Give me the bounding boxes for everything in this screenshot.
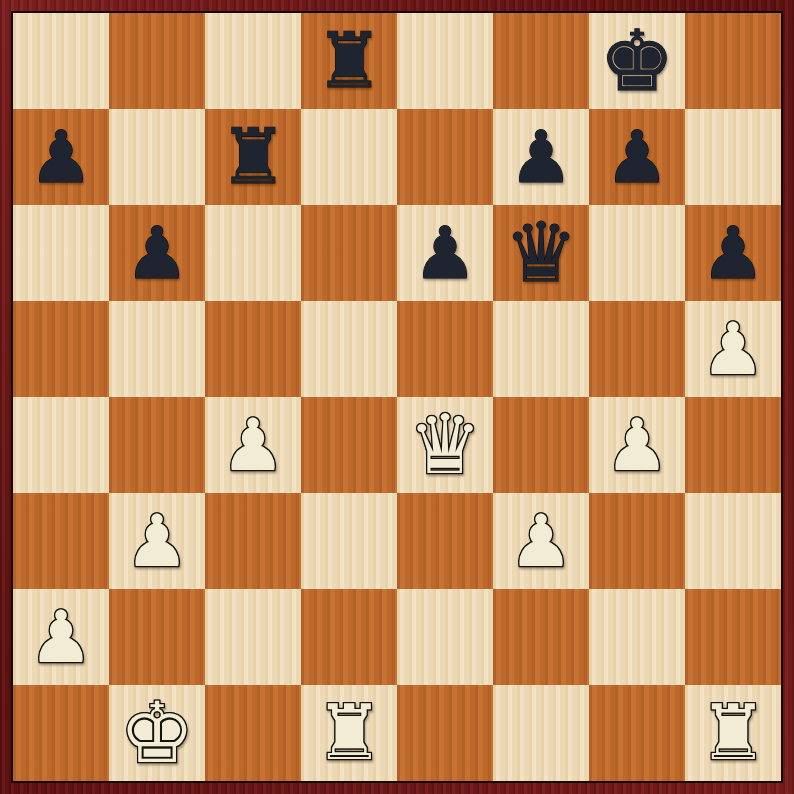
- square-c8[interactable]: [205, 13, 301, 109]
- white-pawn-a2[interactable]: ♟: [29, 601, 94, 673]
- square-e3[interactable]: [397, 493, 493, 589]
- square-f3[interactable]: ♟: [493, 493, 589, 589]
- square-d1[interactable]: ♜: [301, 685, 397, 781]
- square-b8[interactable]: [109, 13, 205, 109]
- white-rook-d1[interactable]: ♜: [315, 695, 383, 771]
- square-f1[interactable]: [493, 685, 589, 781]
- square-c7[interactable]: ♜: [205, 109, 301, 205]
- black-queen-f6[interactable]: ♛: [504, 212, 578, 294]
- square-g8[interactable]: ♚: [589, 13, 685, 109]
- square-a2[interactable]: ♟: [13, 589, 109, 685]
- black-pawn-h6[interactable]: ♟: [701, 217, 766, 289]
- square-a4[interactable]: [13, 397, 109, 493]
- black-rook-c7[interactable]: ♜: [219, 119, 287, 195]
- square-e8[interactable]: [397, 13, 493, 109]
- black-king-g8[interactable]: ♚: [599, 19, 674, 103]
- square-a6[interactable]: [13, 205, 109, 301]
- black-pawn-g7[interactable]: ♟: [605, 121, 670, 193]
- square-g2[interactable]: [589, 589, 685, 685]
- square-a3[interactable]: [13, 493, 109, 589]
- square-d4[interactable]: [301, 397, 397, 493]
- black-pawn-e6[interactable]: ♟: [413, 217, 478, 289]
- square-e5[interactable]: [397, 301, 493, 397]
- square-a1[interactable]: [13, 685, 109, 781]
- square-b3[interactable]: ♟: [109, 493, 205, 589]
- square-b4[interactable]: [109, 397, 205, 493]
- square-g1[interactable]: [589, 685, 685, 781]
- white-pawn-c4[interactable]: ♟: [221, 409, 286, 481]
- square-f2[interactable]: [493, 589, 589, 685]
- white-queen-e4[interactable]: ♛: [408, 404, 482, 486]
- square-b2[interactable]: [109, 589, 205, 685]
- white-king-b1[interactable]: ♚: [119, 691, 194, 775]
- square-f4[interactable]: [493, 397, 589, 493]
- square-f6[interactable]: ♛: [493, 205, 589, 301]
- white-pawn-g4[interactable]: ♟: [605, 409, 670, 481]
- square-h7[interactable]: [685, 109, 781, 205]
- square-g5[interactable]: [589, 301, 685, 397]
- white-pawn-f3[interactable]: ♟: [509, 505, 574, 577]
- square-c1[interactable]: [205, 685, 301, 781]
- square-b7[interactable]: [109, 109, 205, 205]
- square-h3[interactable]: [685, 493, 781, 589]
- square-b1[interactable]: ♚: [109, 685, 205, 781]
- square-e7[interactable]: [397, 109, 493, 205]
- black-rook-d8[interactable]: ♜: [315, 23, 383, 99]
- square-d2[interactable]: [301, 589, 397, 685]
- white-pawn-h5[interactable]: ♟: [701, 313, 766, 385]
- square-g3[interactable]: [589, 493, 685, 589]
- square-d3[interactable]: [301, 493, 397, 589]
- square-e6[interactable]: ♟: [397, 205, 493, 301]
- square-h2[interactable]: [685, 589, 781, 685]
- square-e1[interactable]: [397, 685, 493, 781]
- square-d6[interactable]: [301, 205, 397, 301]
- black-pawn-f7[interactable]: ♟: [509, 121, 574, 193]
- square-d8[interactable]: ♜: [301, 13, 397, 109]
- square-f5[interactable]: [493, 301, 589, 397]
- black-pawn-a7[interactable]: ♟: [29, 121, 94, 193]
- chess-board-frame: ♜♚♟♜♟♟♟♟♛♟♟♟♛♟♟♟♟♚♜♜: [0, 0, 794, 794]
- square-c6[interactable]: [205, 205, 301, 301]
- square-g6[interactable]: [589, 205, 685, 301]
- square-e4[interactable]: ♛: [397, 397, 493, 493]
- square-c2[interactable]: [205, 589, 301, 685]
- square-e2[interactable]: [397, 589, 493, 685]
- square-h5[interactable]: ♟: [685, 301, 781, 397]
- square-c5[interactable]: [205, 301, 301, 397]
- square-b6[interactable]: ♟: [109, 205, 205, 301]
- square-a8[interactable]: [13, 13, 109, 109]
- white-rook-h1[interactable]: ♜: [699, 695, 767, 771]
- square-g7[interactable]: ♟: [589, 109, 685, 205]
- square-f7[interactable]: ♟: [493, 109, 589, 205]
- square-b5[interactable]: [109, 301, 205, 397]
- square-g4[interactable]: ♟: [589, 397, 685, 493]
- square-c4[interactable]: ♟: [205, 397, 301, 493]
- square-a7[interactable]: ♟: [13, 109, 109, 205]
- white-pawn-b3[interactable]: ♟: [125, 505, 190, 577]
- black-pawn-b6[interactable]: ♟: [125, 217, 190, 289]
- square-h8[interactable]: [685, 13, 781, 109]
- square-h6[interactable]: ♟: [685, 205, 781, 301]
- square-a5[interactable]: [13, 301, 109, 397]
- square-h4[interactable]: [685, 397, 781, 493]
- square-f8[interactable]: [493, 13, 589, 109]
- square-d5[interactable]: [301, 301, 397, 397]
- chess-board: ♜♚♟♜♟♟♟♟♛♟♟♟♛♟♟♟♟♚♜♜: [11, 11, 783, 783]
- square-h1[interactable]: ♜: [685, 685, 781, 781]
- square-d7[interactable]: [301, 109, 397, 205]
- square-c3[interactable]: [205, 493, 301, 589]
